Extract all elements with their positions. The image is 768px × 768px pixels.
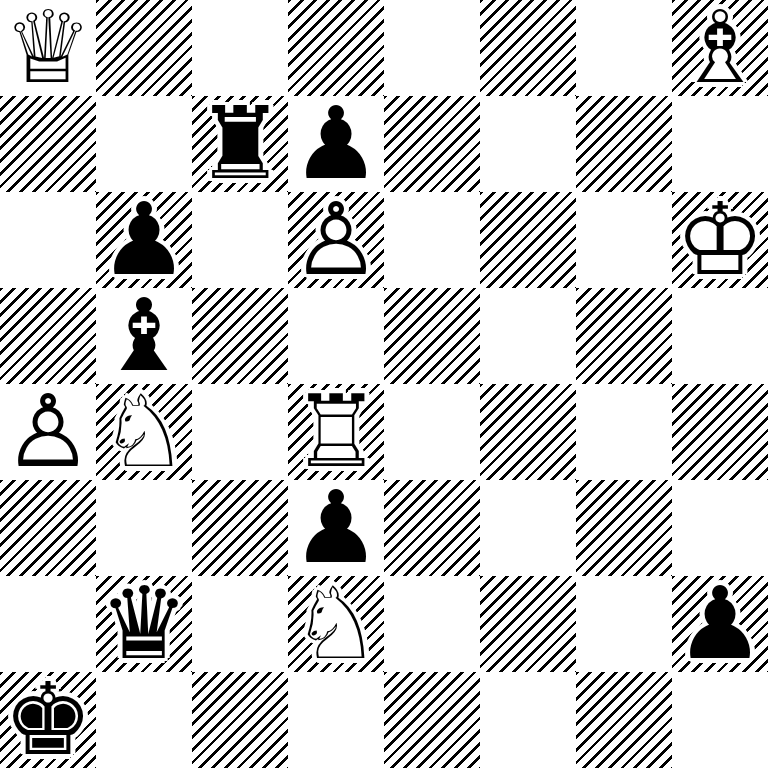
square-g8[interactable] bbox=[576, 0, 672, 96]
white-queen[interactable]: ♛♕ bbox=[0, 0, 96, 96]
piece-glyph: ♛ bbox=[96, 576, 192, 672]
square-c7[interactable]: ♜♜ bbox=[192, 96, 288, 192]
square-g5[interactable] bbox=[576, 288, 672, 384]
square-a5[interactable] bbox=[0, 288, 96, 384]
piece-glyph: ♝ bbox=[96, 288, 192, 384]
square-g2[interactable] bbox=[576, 576, 672, 672]
piece-glyph: ♘ bbox=[96, 384, 192, 480]
square-c5[interactable] bbox=[192, 288, 288, 384]
white-bishop[interactable]: ♝♗ bbox=[672, 0, 768, 96]
square-f8[interactable] bbox=[480, 0, 576, 96]
square-c1[interactable] bbox=[192, 672, 288, 768]
square-e2[interactable] bbox=[384, 576, 480, 672]
square-f3[interactable] bbox=[480, 480, 576, 576]
piece-glyph: ♟ bbox=[96, 192, 192, 288]
black-pawn[interactable]: ♟♟ bbox=[288, 96, 384, 192]
square-h1[interactable] bbox=[672, 672, 768, 768]
square-h4[interactable] bbox=[672, 384, 768, 480]
black-pawn[interactable]: ♟♟ bbox=[96, 192, 192, 288]
square-d5[interactable] bbox=[288, 288, 384, 384]
piece-glyph: ♟ bbox=[672, 576, 768, 672]
square-b2[interactable]: ♛♛ bbox=[96, 576, 192, 672]
square-c2[interactable] bbox=[192, 576, 288, 672]
piece-glyph: ♖ bbox=[288, 384, 384, 480]
black-rook[interactable]: ♜♜ bbox=[192, 96, 288, 192]
square-c6[interactable] bbox=[192, 192, 288, 288]
square-b8[interactable] bbox=[96, 0, 192, 96]
square-h2[interactable]: ♟♟ bbox=[672, 576, 768, 672]
square-e4[interactable] bbox=[384, 384, 480, 480]
square-c3[interactable] bbox=[192, 480, 288, 576]
piece-glyph: ♚ bbox=[0, 672, 96, 768]
square-d3[interactable]: ♟♟ bbox=[288, 480, 384, 576]
square-f7[interactable] bbox=[480, 96, 576, 192]
white-pawn[interactable]: ♟♙ bbox=[0, 384, 96, 480]
square-b5[interactable]: ♝♝ bbox=[96, 288, 192, 384]
square-e5[interactable] bbox=[384, 288, 480, 384]
chess-board: ♛♕♝♗♜♜♟♟♟♟♟♙♚♔♝♝♟♙♞♘♜♖♟♟♛♛♞♘♟♟♚♚ bbox=[0, 0, 768, 768]
square-f6[interactable] bbox=[480, 192, 576, 288]
square-b4[interactable]: ♞♘ bbox=[96, 384, 192, 480]
square-d7[interactable]: ♟♟ bbox=[288, 96, 384, 192]
square-f5[interactable] bbox=[480, 288, 576, 384]
square-g3[interactable] bbox=[576, 480, 672, 576]
white-pawn[interactable]: ♟♙ bbox=[288, 192, 384, 288]
black-king[interactable]: ♚♚ bbox=[0, 672, 96, 768]
square-d2[interactable]: ♞♘ bbox=[288, 576, 384, 672]
square-d6[interactable]: ♟♙ bbox=[288, 192, 384, 288]
square-a6[interactable] bbox=[0, 192, 96, 288]
square-e1[interactable] bbox=[384, 672, 480, 768]
square-c4[interactable] bbox=[192, 384, 288, 480]
square-h7[interactable] bbox=[672, 96, 768, 192]
black-queen[interactable]: ♛♛ bbox=[96, 576, 192, 672]
white-rook[interactable]: ♜♖ bbox=[288, 384, 384, 480]
square-b6[interactable]: ♟♟ bbox=[96, 192, 192, 288]
black-pawn[interactable]: ♟♟ bbox=[672, 576, 768, 672]
square-b7[interactable] bbox=[96, 96, 192, 192]
square-f1[interactable] bbox=[480, 672, 576, 768]
square-e6[interactable] bbox=[384, 192, 480, 288]
square-a7[interactable] bbox=[0, 96, 96, 192]
square-a3[interactable] bbox=[0, 480, 96, 576]
square-a4[interactable]: ♟♙ bbox=[0, 384, 96, 480]
piece-glyph: ♜ bbox=[192, 96, 288, 192]
square-a2[interactable] bbox=[0, 576, 96, 672]
piece-glyph: ♕ bbox=[0, 0, 96, 96]
square-e3[interactable] bbox=[384, 480, 480, 576]
piece-glyph: ♟ bbox=[288, 96, 384, 192]
square-b1[interactable] bbox=[96, 672, 192, 768]
square-a8[interactable]: ♛♕ bbox=[0, 0, 96, 96]
white-knight[interactable]: ♞♘ bbox=[288, 576, 384, 672]
square-h6[interactable]: ♚♔ bbox=[672, 192, 768, 288]
piece-glyph: ♔ bbox=[672, 192, 768, 288]
square-h3[interactable] bbox=[672, 480, 768, 576]
square-a1[interactable]: ♚♚ bbox=[0, 672, 96, 768]
piece-glyph: ♙ bbox=[0, 384, 96, 480]
black-pawn[interactable]: ♟♟ bbox=[288, 480, 384, 576]
piece-glyph: ♘ bbox=[288, 576, 384, 672]
square-g1[interactable] bbox=[576, 672, 672, 768]
square-d8[interactable] bbox=[288, 0, 384, 96]
square-d1[interactable] bbox=[288, 672, 384, 768]
white-king[interactable]: ♚♔ bbox=[672, 192, 768, 288]
white-knight[interactable]: ♞♘ bbox=[96, 384, 192, 480]
square-h8[interactable]: ♝♗ bbox=[672, 0, 768, 96]
square-e8[interactable] bbox=[384, 0, 480, 96]
square-c8[interactable] bbox=[192, 0, 288, 96]
square-g6[interactable] bbox=[576, 192, 672, 288]
piece-glyph: ♙ bbox=[288, 192, 384, 288]
square-g7[interactable] bbox=[576, 96, 672, 192]
square-g4[interactable] bbox=[576, 384, 672, 480]
square-f2[interactable] bbox=[480, 576, 576, 672]
square-d4[interactable]: ♜♖ bbox=[288, 384, 384, 480]
square-h5[interactable] bbox=[672, 288, 768, 384]
square-b3[interactable] bbox=[96, 480, 192, 576]
square-e7[interactable] bbox=[384, 96, 480, 192]
piece-glyph: ♟ bbox=[288, 480, 384, 576]
square-f4[interactable] bbox=[480, 384, 576, 480]
black-bishop[interactable]: ♝♝ bbox=[96, 288, 192, 384]
piece-glyph: ♗ bbox=[672, 0, 768, 96]
